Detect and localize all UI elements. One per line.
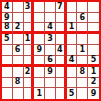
cell-r3c7-given[interactable]: 1: [67, 23, 78, 34]
cell-r3c9-empty[interactable]: [88, 23, 99, 34]
cell-r6c4-empty[interactable]: [34, 56, 45, 67]
cell-r5c4-given[interactable]: 9: [34, 45, 45, 56]
cell-r4c2-empty[interactable]: [13, 34, 24, 45]
cell-r8c9-given[interactable]: 2: [88, 78, 99, 89]
cell-r7c4-empty[interactable]: [34, 67, 45, 78]
cell-r9c4-given[interactable]: 1: [34, 88, 45, 99]
cell-r3c8-empty[interactable]: [77, 23, 88, 34]
cell-r4c7-empty[interactable]: [67, 34, 78, 45]
cell-r9c3-empty[interactable]: [24, 88, 35, 99]
cell-r3c5-given[interactable]: 4: [45, 23, 56, 34]
cell-r8c5-empty[interactable]: [45, 78, 56, 89]
cell-r7c2-empty[interactable]: [13, 67, 24, 78]
cell-r7c9-given[interactable]: 1: [88, 67, 99, 78]
cell-r7c5-given[interactable]: 9: [45, 67, 56, 78]
cell-r9c2-empty[interactable]: [13, 88, 24, 99]
cell-r4c5-given[interactable]: 3: [45, 34, 56, 45]
cell-r8c6-empty[interactable]: [56, 78, 67, 89]
cell-r3c3-empty[interactable]: [24, 23, 35, 34]
cell-r7c3-given[interactable]: 2: [24, 67, 35, 78]
cell-r9c8-empty[interactable]: [77, 88, 88, 99]
cell-r8c7-empty[interactable]: [67, 78, 78, 89]
cell-r1c5-empty[interactable]: [45, 2, 56, 13]
cell-r2c9-empty[interactable]: [88, 13, 99, 24]
cell-r7c6-empty[interactable]: [56, 67, 67, 78]
cell-r9c9-given[interactable]: 9: [88, 88, 99, 99]
cell-r2c4-empty[interactable]: [34, 13, 45, 24]
cell-r8c2-given[interactable]: 8: [13, 78, 24, 89]
cell-r9c6-empty[interactable]: [56, 88, 67, 99]
cell-r8c4-empty[interactable]: [34, 78, 45, 89]
cell-r6c1-empty[interactable]: [2, 56, 13, 67]
cell-r8c3-empty[interactable]: [24, 78, 35, 89]
cell-r6c2-empty[interactable]: [13, 56, 24, 67]
cell-r4c3-given[interactable]: 1: [24, 34, 35, 45]
sudoku-board: 4379682415136941645298182159: [0, 0, 101, 101]
cell-r9c7-given[interactable]: 5: [67, 88, 78, 99]
cell-r1c1-given[interactable]: 4: [2, 2, 13, 13]
cell-r9c5-empty[interactable]: [45, 88, 56, 99]
cell-r4c9-empty[interactable]: [88, 34, 99, 45]
cell-r6c7-given[interactable]: 4: [67, 56, 78, 67]
cell-r3c2-given[interactable]: 2: [13, 23, 24, 34]
cell-r4c4-empty[interactable]: [34, 34, 45, 45]
cell-r6c6-empty[interactable]: [56, 56, 67, 67]
cell-r4c6-empty[interactable]: [56, 34, 67, 45]
cell-r7c8-given[interactable]: 8: [77, 67, 88, 78]
cell-r3c4-empty[interactable]: [34, 23, 45, 34]
cell-r6c5-given[interactable]: 6: [45, 56, 56, 67]
cell-r2c8-given[interactable]: 6: [77, 13, 88, 24]
cell-r1c9-empty[interactable]: [88, 2, 99, 13]
cell-r3c1-given[interactable]: 8: [2, 23, 13, 34]
cell-r1c3-given[interactable]: 3: [24, 2, 35, 13]
cell-r5c2-given[interactable]: 6: [13, 45, 24, 56]
cell-r1c8-empty[interactable]: [77, 2, 88, 13]
cell-r8c8-empty[interactable]: [77, 78, 88, 89]
cell-r5c1-empty[interactable]: [2, 45, 13, 56]
cell-r5c3-empty[interactable]: [24, 45, 35, 56]
cell-r2c6-empty[interactable]: [56, 13, 67, 24]
cell-r4c8-empty[interactable]: [77, 34, 88, 45]
cell-r2c3-empty[interactable]: [24, 13, 35, 24]
cell-r4c1-given[interactable]: 5: [2, 34, 13, 45]
cell-r7c7-empty[interactable]: [67, 67, 78, 78]
cell-r9c1-empty[interactable]: [2, 88, 13, 99]
cell-r1c7-empty[interactable]: [67, 2, 78, 13]
cell-r7c1-empty[interactable]: [2, 67, 13, 78]
cell-r6c9-given[interactable]: 5: [88, 56, 99, 67]
cell-r5c8-given[interactable]: 1: [77, 45, 88, 56]
cell-r1c2-empty[interactable]: [13, 2, 24, 13]
cell-r5c6-given[interactable]: 4: [56, 45, 67, 56]
cell-r8c1-empty[interactable]: [2, 78, 13, 89]
cell-r1c6-given[interactable]: 7: [56, 2, 67, 13]
cell-r6c8-empty[interactable]: [77, 56, 88, 67]
cell-r3c6-empty[interactable]: [56, 23, 67, 34]
cell-r1c4-empty[interactable]: [34, 2, 45, 13]
cell-r6c3-empty[interactable]: [24, 56, 35, 67]
